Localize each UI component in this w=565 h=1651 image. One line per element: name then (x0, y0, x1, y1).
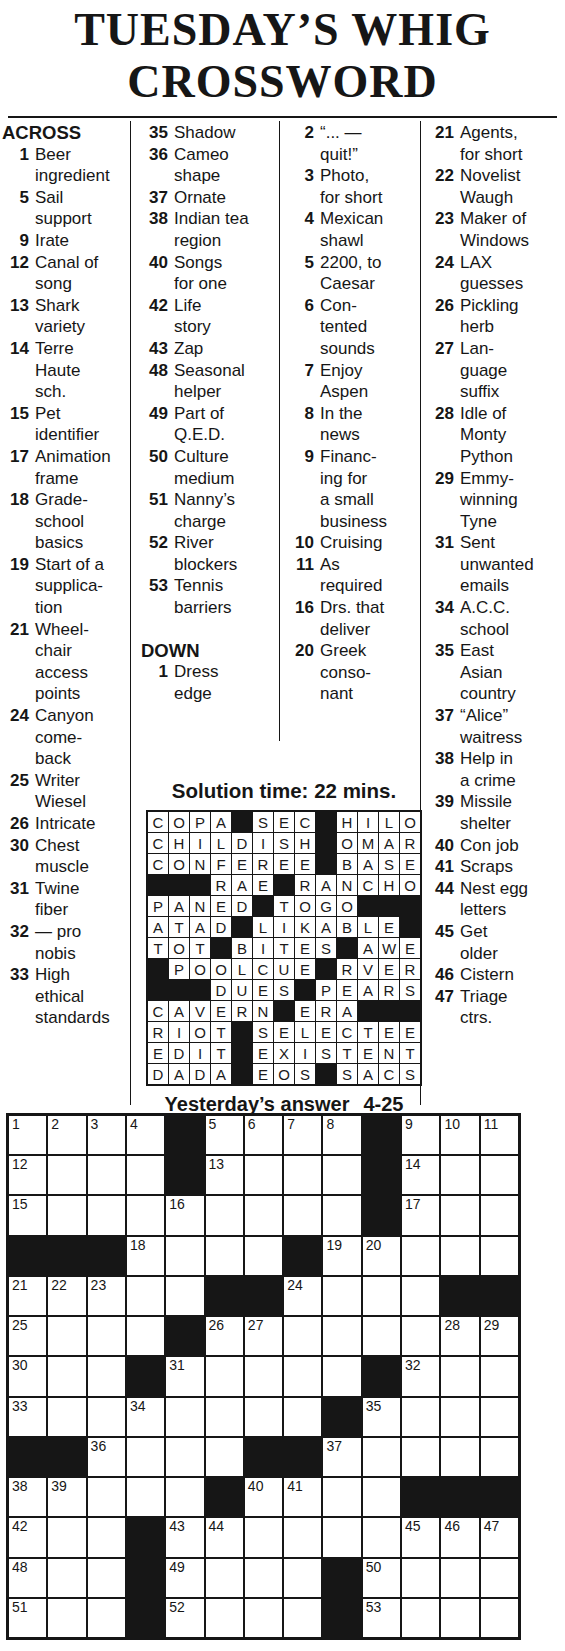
cell-number: 21 (12, 1278, 28, 1293)
clue-down-23: 23Maker of Windows (427, 208, 563, 251)
solution-cell-r7c8: E (295, 938, 315, 958)
clue-number: 18 (2, 489, 35, 554)
cell-r1c1[interactable]: 1 (9, 1116, 46, 1154)
cell-r5c9[interactable] (323, 1277, 360, 1315)
cell-r13c5[interactable]: 52 (166, 1599, 203, 1637)
solution-cell-r10c13 (400, 1001, 420, 1021)
cell-r10c5[interactable] (166, 1478, 203, 1516)
cell-r9c5[interactable] (166, 1438, 203, 1476)
cell-number: 48 (12, 1560, 28, 1575)
clue-across-50: 50Culture medium (141, 446, 274, 489)
cell-r6c7[interactable]: 27 (245, 1317, 282, 1355)
clue-number: 40 (427, 835, 460, 857)
clue-number: 34 (427, 597, 460, 640)
cell-r8c7[interactable] (245, 1398, 282, 1436)
solution-cell-r11c10: C (337, 1022, 357, 1042)
clue-across-35: 35Shadow (141, 122, 274, 144)
cell-r8c11[interactable] (402, 1398, 439, 1436)
cell-number: 10 (444, 1117, 460, 1132)
cell-r7c5[interactable]: 31 (166, 1357, 203, 1395)
solution-cell-r5c1: P (148, 896, 168, 916)
cell-number: 20 (366, 1238, 382, 1253)
cell-r12c3[interactable] (88, 1559, 125, 1597)
cell-r7c8[interactable] (284, 1357, 321, 1395)
cell-r2c8[interactable] (284, 1156, 321, 1194)
clue-across-53: 53Tennis barriers (141, 575, 274, 618)
cell-r5c5[interactable] (166, 1277, 203, 1315)
clue-across-40: 40Songs for one (141, 252, 274, 295)
cell-r3c8[interactable] (284, 1196, 321, 1234)
cell-number: 9 (405, 1117, 413, 1132)
clue-number: 38 (427, 748, 460, 791)
cell-r10c9[interactable] (323, 1478, 360, 1516)
clue-number: 25 (2, 770, 35, 813)
cell-r13c11[interactable] (402, 1599, 439, 1637)
cell-r2c4[interactable] (127, 1156, 164, 1194)
cell-r13c6[interactable] (206, 1599, 243, 1637)
cell-number: 23 (91, 1278, 107, 1293)
cell-r10c6 (206, 1478, 243, 1516)
cell-r13c8[interactable] (284, 1599, 321, 1637)
clue-number: 5 (2, 187, 35, 230)
cell-r9c3[interactable]: 36 (88, 1438, 125, 1476)
cell-r2c13[interactable] (481, 1156, 518, 1194)
clue-text: Lan- guage suffix (460, 338, 563, 403)
solution-cell-r13c11: A (358, 1064, 378, 1084)
cell-r11c1[interactable]: 42 (9, 1518, 46, 1556)
solution-cell-r13c4: A (211, 1064, 231, 1084)
cell-r3c3[interactable] (88, 1196, 125, 1234)
cell-r13c10[interactable]: 53 (363, 1599, 400, 1637)
clue-number: 32 (2, 921, 35, 964)
clue-number: 43 (141, 338, 174, 360)
solution-cell-r6c6: L (253, 917, 273, 937)
clue-text: 2200, to Caesar (320, 252, 415, 295)
cell-r2c11[interactable]: 14 (402, 1156, 439, 1194)
cell-r2c12[interactable] (441, 1156, 478, 1194)
cell-r12c8[interactable] (284, 1559, 321, 1597)
cell-r6c3[interactable] (88, 1317, 125, 1355)
cell-number: 15 (12, 1197, 28, 1212)
cell-r6c4[interactable] (127, 1317, 164, 1355)
cell-number: 11 (484, 1117, 499, 1132)
cell-r7c7[interactable] (245, 1357, 282, 1395)
cell-r8c10[interactable]: 35 (363, 1398, 400, 1436)
clue-down-37: 37“Alice” waitress (427, 705, 563, 748)
clue-text: Nest egg letters (460, 878, 563, 921)
cell-r1c3[interactable]: 3 (88, 1116, 125, 1154)
cell-r2c9[interactable] (323, 1156, 360, 1194)
page-title: TUESDAY’S WHIG CROSSWORD (0, 4, 565, 108)
solution-cell-r2c10: O (337, 833, 357, 853)
cell-r13c1[interactable]: 51 (9, 1599, 46, 1637)
column-rule-2 (279, 121, 280, 741)
cell-r4c7[interactable] (245, 1237, 282, 1275)
solution-cell-r1c11: I (358, 812, 378, 832)
cell-r1c5 (166, 1116, 203, 1154)
down-clue-list-continued-2: 21Agents, for short22Novelist Waugh23Mak… (427, 122, 563, 1029)
solution-cell-r3c8: E (295, 854, 315, 874)
cell-r9c9[interactable]: 37 (323, 1438, 360, 1476)
cell-r5c1[interactable]: 21 (9, 1277, 46, 1315)
cell-r9c4[interactable] (127, 1438, 164, 1476)
cell-r13c13[interactable] (481, 1599, 518, 1637)
clue-number: 47 (427, 986, 460, 1029)
cell-r9c6[interactable] (206, 1438, 243, 1476)
cell-r5c11[interactable] (402, 1277, 439, 1315)
clue-number: 39 (427, 791, 460, 834)
solution-cell-r13c2: A (169, 1064, 189, 1084)
clue-text: Nanny’s charge (174, 489, 274, 532)
solution-cell-r13c5 (232, 1064, 252, 1084)
solution-cell-r11c7: E (274, 1022, 294, 1042)
cell-r11c7[interactable] (245, 1518, 282, 1556)
cell-r11c6[interactable]: 44 (206, 1518, 243, 1556)
clue-across-25: 25Writer Wiesel (2, 770, 130, 813)
solution-cell-r5c13 (400, 896, 420, 916)
cell-r7c11[interactable]: 32 (402, 1357, 439, 1395)
cell-r6c9[interactable] (323, 1317, 360, 1355)
solution-cell-r4c2 (169, 875, 189, 895)
clue-number: 17 (2, 446, 35, 489)
cell-r10c7[interactable]: 40 (245, 1478, 282, 1516)
solution-cell-r1c8: C (295, 812, 315, 832)
cell-r6c6[interactable]: 26 (206, 1317, 243, 1355)
solution-cell-r4c8: R (295, 875, 315, 895)
cell-r12c11[interactable] (402, 1559, 439, 1597)
cell-number: 45 (405, 1519, 421, 1534)
cell-r11c8[interactable] (284, 1518, 321, 1556)
cell-r10c2[interactable]: 39 (48, 1478, 85, 1516)
clue-down-38: 38Help in a crime (427, 748, 563, 791)
solution-cell-r2c6: I (253, 833, 273, 853)
clue-column-3: 2“... — quit!”3Photo, for short4Mexican … (287, 122, 415, 705)
cell-r13c12[interactable] (441, 1599, 478, 1637)
cell-r12c2[interactable] (48, 1559, 85, 1597)
solution-cell-r12c9: S (316, 1043, 336, 1063)
cell-r10c10[interactable] (363, 1478, 400, 1516)
cell-r7c13[interactable] (481, 1357, 518, 1395)
cell-r10c8[interactable]: 41 (284, 1478, 321, 1516)
cell-r5c12 (441, 1277, 478, 1315)
yesterday-solution-block: Solution time: 22 mins. COPASECHILOCHILD… (143, 780, 425, 1116)
clue-down-34: 34A.C.C. school (427, 597, 563, 640)
solution-cell-r11c5 (232, 1022, 252, 1042)
solution-cell-r13c1: D (148, 1064, 168, 1084)
clue-number: 49 (141, 403, 174, 446)
cell-r3c6[interactable] (206, 1196, 243, 1234)
cell-r1c11[interactable]: 9 (402, 1116, 439, 1154)
clue-across-18: 18Grade- school basics (2, 489, 130, 554)
clue-text: Financ- ing for a small business (320, 446, 415, 532)
solution-cell-r3c12: S (379, 854, 399, 874)
cell-r12c7[interactable] (245, 1559, 282, 1597)
cell-r6c1[interactable]: 25 (9, 1317, 46, 1355)
cell-r12c5[interactable]: 49 (166, 1559, 203, 1597)
cell-r9c8 (284, 1438, 321, 1476)
solution-cell-r8c10: R (337, 959, 357, 979)
clue-down-6: 6Con- tented sounds (287, 295, 415, 360)
solution-cell-r8c7: U (274, 959, 294, 979)
clue-number: 13 (2, 295, 35, 338)
cell-r12c12[interactable] (441, 1559, 478, 1597)
clue-text: Help in a crime (460, 748, 563, 791)
clue-across-33: 33High ethical standards (2, 964, 130, 1029)
cell-r3c11[interactable]: 17 (402, 1196, 439, 1234)
cell-r8c6[interactable] (206, 1398, 243, 1436)
cell-number: 39 (51, 1479, 67, 1494)
cell-r2c1[interactable]: 12 (9, 1156, 46, 1194)
cell-r9c13[interactable] (481, 1438, 518, 1476)
cell-r5c2[interactable]: 22 (48, 1277, 85, 1315)
cell-r6c13[interactable]: 29 (481, 1317, 518, 1355)
cell-r1c8[interactable]: 7 (284, 1116, 321, 1154)
cell-r12c13[interactable] (481, 1559, 518, 1597)
cell-r7c2[interactable] (48, 1357, 85, 1395)
cell-r7c1[interactable]: 30 (9, 1357, 46, 1395)
cell-r4c13[interactable] (481, 1237, 518, 1275)
cell-r2c7[interactable] (245, 1156, 282, 1194)
cell-r8c5[interactable] (166, 1398, 203, 1436)
clue-text: Indian tea region (174, 208, 274, 251)
cell-r9c10[interactable] (363, 1438, 400, 1476)
clue-number: 2 (287, 122, 320, 165)
solution-cell-r5c10: O (337, 896, 357, 916)
cell-r4c5[interactable] (166, 1237, 203, 1275)
cell-r13c3[interactable] (88, 1599, 125, 1637)
cell-r7c12[interactable] (441, 1357, 478, 1395)
clue-text: Dress edge (174, 661, 274, 704)
clue-text: Canyon come- back (35, 705, 130, 770)
solution-cell-r1c5 (232, 812, 252, 832)
cell-r12c10[interactable]: 50 (363, 1559, 400, 1597)
cell-r2c5 (166, 1156, 203, 1194)
cell-r6c2[interactable] (48, 1317, 85, 1355)
cell-r1c2[interactable]: 2 (48, 1116, 85, 1154)
cell-r8c12[interactable] (441, 1398, 478, 1436)
cell-r8c4[interactable]: 34 (127, 1398, 164, 1436)
solution-cell-r3c3: N (190, 854, 210, 874)
cell-number: 22 (51, 1278, 67, 1293)
cell-r11c3[interactable] (88, 1518, 125, 1556)
solution-cell-r5c8: O (295, 896, 315, 916)
clue-text: In the news (320, 403, 415, 446)
cell-r4c3 (88, 1237, 125, 1275)
solution-cell-r6c5 (232, 917, 252, 937)
cell-r8c1[interactable]: 33 (9, 1398, 46, 1436)
solution-cell-r1c13: O (400, 812, 420, 832)
clue-text: Part of Q.E.D. (174, 403, 274, 446)
clue-text: Writer Wiesel (35, 770, 130, 813)
clue-text: Sail support (35, 187, 130, 230)
clue-down-10: 10Cruising (287, 532, 415, 554)
solution-cell-r9c10: E (337, 980, 357, 1000)
clue-number: 19 (2, 554, 35, 619)
cell-number: 41 (287, 1479, 303, 1494)
cell-r1c12[interactable]: 10 (441, 1116, 478, 1154)
cell-r7c9[interactable] (323, 1357, 360, 1395)
clue-across-13: 13Shark variety (2, 295, 130, 338)
cell-r9c12[interactable] (441, 1438, 478, 1476)
cell-r8c3[interactable] (88, 1398, 125, 1436)
cell-r5c8[interactable]: 24 (284, 1277, 321, 1315)
cell-r7c3[interactable] (88, 1357, 125, 1395)
cell-r4c10[interactable]: 20 (363, 1237, 400, 1275)
cell-r11c12[interactable]: 46 (441, 1518, 478, 1556)
solution-cell-r6c3: A (190, 917, 210, 937)
cell-r1c9[interactable]: 8 (323, 1116, 360, 1154)
cell-r8c8[interactable] (284, 1398, 321, 1436)
solution-cell-r10c3: V (190, 1001, 210, 1021)
cell-r2c2[interactable] (48, 1156, 85, 1194)
cell-number: 14 (405, 1157, 421, 1172)
cell-r6c8[interactable] (284, 1317, 321, 1355)
solution-cell-r2c1: C (148, 833, 168, 853)
clue-number: 1 (2, 144, 35, 187)
solution-cell-r3c6: R (253, 854, 273, 874)
clue-number: 37 (141, 187, 174, 209)
cell-r8c2[interactable] (48, 1398, 85, 1436)
cell-r7c6[interactable] (206, 1357, 243, 1395)
cell-r4c4[interactable]: 18 (127, 1237, 164, 1275)
cell-r6c10[interactable] (363, 1317, 400, 1355)
clue-text: Pet identifier (35, 403, 130, 446)
solution-cell-r8c4: O (211, 959, 231, 979)
cell-r4c11[interactable] (402, 1237, 439, 1275)
clue-column-1: ACROSS 1Beer ingredient5Sail support9Ira… (2, 122, 130, 1029)
cell-r1c7[interactable]: 6 (245, 1116, 282, 1154)
cell-r12c4 (127, 1559, 164, 1597)
cell-r4c12[interactable] (441, 1237, 478, 1275)
solution-cell-r10c10: A (337, 1001, 357, 1021)
cell-r3c12[interactable] (441, 1196, 478, 1234)
clue-number: 35 (141, 122, 174, 144)
solution-cell-r1c6: S (253, 812, 273, 832)
cell-r1c4[interactable]: 4 (127, 1116, 164, 1154)
cell-number: 32 (405, 1358, 421, 1373)
clue-down-11: 11As required (287, 554, 415, 597)
solution-cell-r12c12: N (379, 1043, 399, 1063)
cell-number: 52 (169, 1600, 185, 1615)
cell-number: 8 (326, 1117, 334, 1132)
clue-text: Canal of song (35, 252, 130, 295)
clue-text: Chest muscle (35, 835, 130, 878)
clue-text: Mexican shawl (320, 208, 415, 251)
cell-r6c11[interactable] (402, 1317, 439, 1355)
clue-down-31: 31Sent unwanted emails (427, 532, 563, 597)
clue-down-4: 4Mexican shawl (287, 208, 415, 251)
clue-down-3: 3Photo, for short (287, 165, 415, 208)
cell-r11c11[interactable]: 45 (402, 1518, 439, 1556)
solution-cell-r6c7: I (274, 917, 294, 937)
clue-number: 28 (427, 403, 460, 468)
clue-text: Maker of Windows (460, 208, 563, 251)
cell-r3c13[interactable] (481, 1196, 518, 1234)
cell-r13c9 (323, 1599, 360, 1637)
cell-r9c11[interactable] (402, 1438, 439, 1476)
cell-r5c10[interactable] (363, 1277, 400, 1315)
solution-cell-r4c10: N (337, 875, 357, 895)
solution-cell-r12c4: T (211, 1043, 231, 1063)
solution-cell-r12c10: T (337, 1043, 357, 1063)
solution-cell-r12c8: I (295, 1043, 315, 1063)
clue-number: 5 (287, 252, 320, 295)
cell-r4c8 (284, 1237, 321, 1275)
clue-down-1: 1Dress edge (141, 661, 274, 704)
cell-r11c10[interactable] (363, 1518, 400, 1556)
clue-number: 46 (427, 964, 460, 986)
solution-cell-r2c12: A (379, 833, 399, 853)
cell-r13c2[interactable] (48, 1599, 85, 1637)
clue-across-37: 37Ornate (141, 187, 274, 209)
clue-text: Life story (174, 295, 274, 338)
cell-r7c10 (363, 1357, 400, 1395)
cell-r11c9[interactable] (323, 1518, 360, 1556)
cell-r8c13[interactable] (481, 1398, 518, 1436)
clue-number: 31 (2, 878, 35, 921)
cell-r5c3[interactable]: 23 (88, 1277, 125, 1315)
clue-across-1: 1Beer ingredient (2, 144, 130, 187)
cell-r13c7[interactable] (245, 1599, 282, 1637)
cell-r3c2[interactable] (48, 1196, 85, 1234)
cell-r4c6[interactable] (206, 1237, 243, 1275)
clue-text: Sent unwanted emails (460, 532, 563, 597)
solution-cell-r1c2: O (169, 812, 189, 832)
cell-r1c13[interactable]: 11 (481, 1116, 518, 1154)
solution-cell-r2c11: M (358, 833, 378, 853)
clue-number: 52 (141, 532, 174, 575)
clue-text: Cruising (320, 532, 415, 554)
solution-cell-r12c13: T (400, 1043, 420, 1063)
cell-r3c7[interactable] (245, 1196, 282, 1234)
cell-r12c6[interactable] (206, 1559, 243, 1597)
cell-number: 7 (287, 1117, 295, 1132)
solution-cell-r3c10: B (337, 854, 357, 874)
cell-r10c1[interactable]: 38 (9, 1478, 46, 1516)
clue-text: Cameo shape (174, 144, 274, 187)
cell-r11c13[interactable]: 47 (481, 1518, 518, 1556)
clue-text: Songs for one (174, 252, 274, 295)
cell-r3c1[interactable]: 15 (9, 1196, 46, 1234)
cell-r10c3[interactable] (88, 1478, 125, 1516)
cell-r11c2[interactable] (48, 1518, 85, 1556)
cell-r5c4[interactable] (127, 1277, 164, 1315)
solution-cell-r10c11 (358, 1001, 378, 1021)
clue-number: 36 (141, 144, 174, 187)
cell-r2c3[interactable] (88, 1156, 125, 1194)
clue-across-52: 52River blockers (141, 532, 274, 575)
solution-cell-r5c7: T (274, 896, 294, 916)
cell-r10c4[interactable] (127, 1478, 164, 1516)
column-rule-1 (130, 121, 131, 1105)
solution-cell-r11c1: R (148, 1022, 168, 1042)
cell-r3c9[interactable] (323, 1196, 360, 1234)
cell-r2c6[interactable]: 13 (206, 1156, 243, 1194)
solution-cell-r2c8: H (295, 833, 315, 853)
cell-r4c9[interactable]: 19 (323, 1237, 360, 1275)
solution-cell-r9c6: E (253, 980, 273, 1000)
clue-down-40: 40Con job (427, 835, 563, 857)
cell-r12c1[interactable]: 48 (9, 1559, 46, 1597)
clue-text: A.C.C. school (460, 597, 563, 640)
clue-across-31: 31Twine fiber (2, 878, 130, 921)
cell-r3c4[interactable] (127, 1196, 164, 1234)
solution-cell-r4c5: A (232, 875, 252, 895)
cell-r3c5[interactable]: 16 (166, 1196, 203, 1234)
cell-r6c12[interactable]: 28 (441, 1317, 478, 1355)
cell-r1c6[interactable]: 5 (206, 1116, 243, 1154)
cell-r11c5[interactable]: 43 (166, 1518, 203, 1556)
